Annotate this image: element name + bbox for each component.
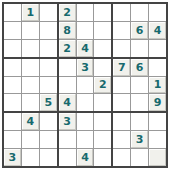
cell-r7c9[interactable]	[149, 113, 166, 130]
cell-r4c4[interactable]	[59, 59, 76, 76]
cell-r5c5[interactable]	[77, 77, 94, 94]
cell-r6c1[interactable]	[4, 94, 21, 111]
cell-r6c9: 9	[149, 94, 166, 111]
cell-r8c1[interactable]	[4, 131, 21, 148]
cell-r7c4: 3	[59, 113, 76, 130]
sudoku-page: 12824645324761943343	[0, 0, 170, 170]
sudoku-board: 12824645324761943343	[2, 2, 168, 168]
cell-r1c1[interactable]	[4, 4, 21, 21]
cell-r5c9: 1	[149, 77, 166, 94]
box-1-1: 1	[4, 4, 57, 57]
cell-r4c8: 6	[131, 59, 148, 76]
cell-r8c3[interactable]	[40, 131, 57, 148]
cell-r3c2[interactable]	[22, 40, 39, 57]
cell-r5c2[interactable]	[22, 77, 39, 94]
box-3-1: 43	[4, 113, 57, 166]
cell-r4c7: 7	[113, 59, 130, 76]
cell-r2c2[interactable]	[22, 22, 39, 39]
box-1-3: 64	[113, 4, 166, 57]
cell-r9c8[interactable]	[131, 149, 148, 166]
cell-r3c7[interactable]	[113, 40, 130, 57]
cell-r6c7[interactable]	[113, 94, 130, 111]
cell-r3c3[interactable]	[40, 40, 57, 57]
cell-r8c7[interactable]	[113, 131, 130, 148]
cell-r8c9[interactable]	[149, 131, 166, 148]
cell-r6c2[interactable]	[22, 94, 39, 111]
cell-r7c1[interactable]	[4, 113, 21, 130]
cell-r7c2: 4	[22, 113, 39, 130]
cell-r5c6: 2	[94, 77, 111, 94]
cell-r3c1[interactable]	[4, 40, 21, 57]
box-3-2: 34	[59, 113, 112, 166]
cell-r4c2[interactable]	[22, 59, 39, 76]
cell-r3c9[interactable]	[149, 40, 166, 57]
cell-r1c5[interactable]	[77, 4, 94, 21]
box-1-2: 2824	[59, 4, 112, 57]
cell-r2c4: 8	[59, 22, 76, 39]
cell-r8c6[interactable]	[94, 131, 111, 148]
cell-r3c6[interactable]	[94, 40, 111, 57]
cell-r5c8[interactable]	[131, 77, 148, 94]
cell-r9c9	[149, 149, 166, 166]
box-2-2: 324	[59, 59, 112, 112]
cell-r9c5: 4	[77, 149, 94, 166]
cell-r8c5[interactable]	[77, 131, 94, 148]
cell-r9c7[interactable]	[113, 149, 130, 166]
cell-r3c5: 4	[77, 40, 94, 57]
cell-r9c6[interactable]	[94, 149, 111, 166]
cell-r2c7[interactable]	[113, 22, 130, 39]
cell-r6c5[interactable]	[77, 94, 94, 111]
box-2-1: 5	[4, 59, 57, 112]
cell-r6c6[interactable]	[94, 94, 111, 111]
cell-r8c8: 3	[131, 131, 148, 148]
cell-r4c1[interactable]	[4, 59, 21, 76]
cell-r5c3[interactable]	[40, 77, 57, 94]
cell-r8c2[interactable]	[22, 131, 39, 148]
cell-r3c8[interactable]	[131, 40, 148, 57]
cell-r9c1: 3	[4, 149, 21, 166]
cell-r1c7[interactable]	[113, 4, 130, 21]
cell-r1c3[interactable]	[40, 4, 57, 21]
cell-r5c1[interactable]	[4, 77, 21, 94]
cell-r7c5[interactable]	[77, 113, 94, 130]
cell-r2c5[interactable]	[77, 22, 94, 39]
cell-r4c9[interactable]	[149, 59, 166, 76]
cell-r5c7[interactable]	[113, 77, 130, 94]
cell-r6c4: 4	[59, 94, 76, 111]
cell-r1c2: 1	[22, 4, 39, 21]
cell-r1c4: 2	[59, 4, 76, 21]
cell-r4c5: 3	[77, 59, 94, 76]
cell-r7c6[interactable]	[94, 113, 111, 130]
cell-r6c8[interactable]	[131, 94, 148, 111]
box-2-3: 7619	[113, 59, 166, 112]
cell-r5c4[interactable]	[59, 77, 76, 94]
cell-r4c3[interactable]	[40, 59, 57, 76]
cell-r8c4[interactable]	[59, 131, 76, 148]
box-3-3: 3	[113, 113, 166, 166]
cell-r9c2[interactable]	[22, 149, 39, 166]
cell-r7c8[interactable]	[131, 113, 148, 130]
cell-r9c3[interactable]	[40, 149, 57, 166]
cell-r2c1[interactable]	[4, 22, 21, 39]
cell-r6c3: 5	[40, 94, 57, 111]
cell-r2c9: 4	[149, 22, 166, 39]
cell-r4c6[interactable]	[94, 59, 111, 76]
cell-r2c3[interactable]	[40, 22, 57, 39]
cell-r3c4: 2	[59, 40, 76, 57]
cell-r9c4[interactable]	[59, 149, 76, 166]
cell-r1c9[interactable]	[149, 4, 166, 21]
cell-r2c8: 6	[131, 22, 148, 39]
cell-r1c6[interactable]	[94, 4, 111, 21]
cell-r2c6[interactable]	[94, 22, 111, 39]
cell-r1c8[interactable]	[131, 4, 148, 21]
cell-r7c7[interactable]	[113, 113, 130, 130]
cell-r7c3[interactable]	[40, 113, 57, 130]
